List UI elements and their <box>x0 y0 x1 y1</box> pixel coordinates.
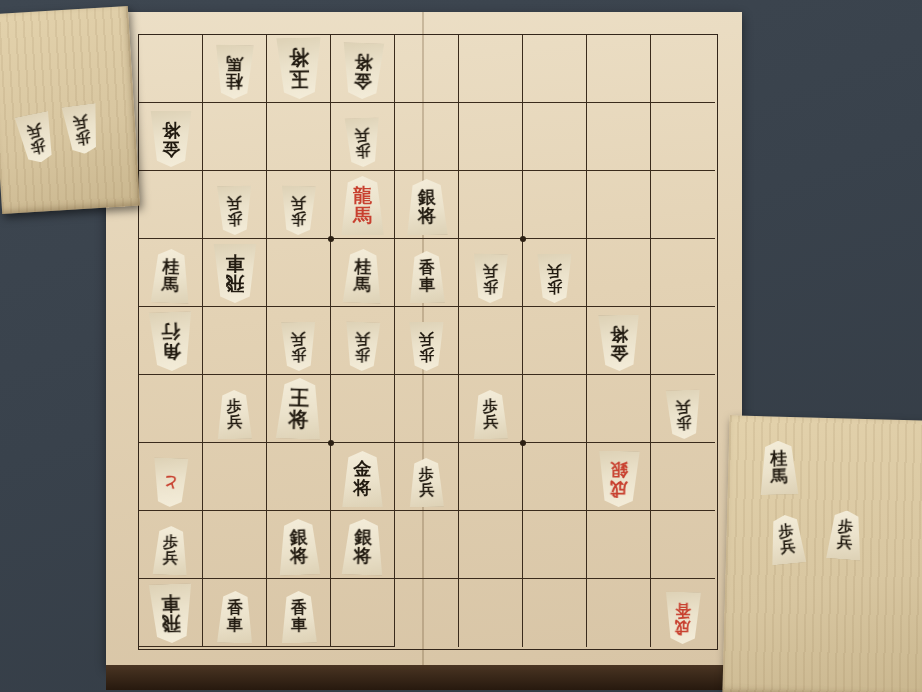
square-7i[interactable]: 香車 <box>267 579 331 647</box>
square-4b[interactable] <box>459 103 523 171</box>
square-6a[interactable]: 金将 <box>331 35 395 103</box>
square-7c[interactable]: 歩兵 <box>267 171 331 239</box>
piece-kanji: 成 <box>609 479 627 498</box>
piece-kanji: 歩 <box>354 346 370 362</box>
piece-pawn-sente[interactable]: 歩兵 <box>472 390 510 440</box>
piece-kanji: 兵 <box>162 550 178 566</box>
piece-kanji: 兵 <box>419 482 434 498</box>
board-grid: 桂馬玉将金将金将歩兵歩兵歩兵龍馬銀将桂馬飛車桂馬香車歩兵歩兵角行歩兵歩兵歩兵金将… <box>138 34 718 650</box>
square-4a[interactable] <box>459 35 523 103</box>
hoshi-dot <box>328 440 334 446</box>
piece-kanji: 歩 <box>676 414 692 430</box>
square-7h[interactable]: 銀将 <box>267 511 331 579</box>
square-7e[interactable]: 歩兵 <box>267 307 331 375</box>
square-5i[interactable] <box>395 579 459 647</box>
square-2e[interactable]: 金将 <box>587 307 651 375</box>
square-5b[interactable] <box>395 103 459 171</box>
piece-kanji: 桂 <box>226 72 243 90</box>
square-4e[interactable] <box>459 307 523 375</box>
square-8c[interactable]: 歩兵 <box>203 171 267 239</box>
square-1i[interactable]: 成香 <box>651 579 715 647</box>
square-3a[interactable] <box>523 35 587 103</box>
square-8h[interactable] <box>203 511 267 579</box>
square-8b[interactable] <box>203 103 267 171</box>
square-9h[interactable]: 歩兵 <box>139 511 203 579</box>
piece-gold-sente[interactable]: 金将 <box>341 451 385 507</box>
square-1c[interactable] <box>651 171 715 239</box>
piece-knight-sente[interactable]: 桂馬 <box>341 248 384 303</box>
square-6d[interactable]: 桂馬 <box>331 239 395 307</box>
piece-pawn-gote[interactable]: 歩兵 <box>536 254 573 303</box>
square-9a[interactable] <box>139 35 203 103</box>
piece-lance-sente[interactable]: 香車 <box>279 591 318 644</box>
square-4d[interactable]: 歩兵 <box>459 239 523 307</box>
square-2g[interactable]: 成銀 <box>587 443 651 511</box>
square-2c[interactable] <box>587 171 651 239</box>
piece-kanji: 王 <box>289 387 310 408</box>
piece-pawn-sente[interactable]: 歩兵 <box>151 525 190 575</box>
piece-pawn-sente[interactable]: 歩兵 <box>408 458 446 508</box>
piece-kanji: 将 <box>354 479 372 498</box>
square-6b[interactable]: 歩兵 <box>331 103 395 171</box>
piece-kanji: 馬 <box>353 276 371 294</box>
square-2h[interactable] <box>587 511 651 579</box>
piece-kanji: 将 <box>290 547 309 566</box>
square-7f[interactable]: 王将 <box>267 375 331 443</box>
piece-kanji: 玉 <box>289 68 309 89</box>
piece-silver-sente[interactable]: 銀将 <box>404 179 449 236</box>
piece-kanji: 兵 <box>227 414 242 430</box>
piece-gold-gote[interactable]: 金将 <box>596 315 641 372</box>
piece-knight-sente[interactable]: 桂馬 <box>758 440 800 495</box>
piece-kanji: 馬 <box>770 467 787 485</box>
square-1f[interactable]: 歩兵 <box>651 375 715 443</box>
square-1e[interactable] <box>651 307 715 375</box>
square-7b[interactable] <box>267 103 331 171</box>
piece-kanji: 歩 <box>291 346 306 362</box>
piece-kanji: 兵 <box>355 331 371 347</box>
piece-king-gote[interactable]: 玉将 <box>274 38 323 100</box>
piece-kanji: 車 <box>160 593 180 613</box>
square-3e[interactable] <box>523 307 587 375</box>
piece-pawn-sente[interactable]: 歩兵 <box>766 513 808 565</box>
piece-pawn-gote[interactable]: 歩兵 <box>408 322 445 371</box>
piece-kanji: 歩 <box>483 278 498 294</box>
piece-kanji: 龍 <box>353 186 372 206</box>
square-8a[interactable]: 桂馬 <box>203 35 267 103</box>
piece-promoted-pawn-gote[interactable]: と <box>151 457 190 507</box>
piece-kanji: 兵 <box>483 414 498 430</box>
piece-kanji: 銀 <box>610 460 628 479</box>
piece-kanji: 兵 <box>354 127 370 143</box>
square-3c[interactable] <box>523 171 587 239</box>
square-8i[interactable]: 香車 <box>203 579 267 647</box>
square-8d[interactable]: 飛車 <box>203 239 267 307</box>
piece-kanji: 兵 <box>291 195 306 211</box>
sente-hand-tray: 桂馬歩兵歩兵 <box>722 415 922 692</box>
square-2a[interactable] <box>587 35 651 103</box>
piece-rook-gote[interactable]: 飛車 <box>146 583 194 644</box>
piece-kanji: 歩 <box>419 347 434 363</box>
square-8e[interactable] <box>203 307 267 375</box>
piece-kanji: 成 <box>675 618 691 635</box>
piece-pawn-gote[interactable]: 歩兵 <box>280 322 318 372</box>
square-6e[interactable]: 歩兵 <box>331 307 395 375</box>
piece-knight-gote[interactable]: 桂馬 <box>214 45 256 100</box>
square-4f[interactable]: 歩兵 <box>459 375 523 443</box>
square-7g[interactable] <box>267 443 331 511</box>
square-9b[interactable]: 金将 <box>139 103 203 171</box>
square-9d[interactable]: 桂馬 <box>139 239 203 307</box>
square-1g[interactable] <box>651 443 715 511</box>
piece-kanji: 車 <box>419 277 435 294</box>
piece-kanji: 将 <box>288 408 309 429</box>
square-9e[interactable]: 角行 <box>139 307 203 375</box>
square-1a[interactable] <box>651 35 715 103</box>
piece-lance-sente[interactable]: 香車 <box>215 591 254 644</box>
piece-kanji: 馬 <box>353 206 372 226</box>
piece-kanji: 将 <box>288 48 308 69</box>
square-5c[interactable]: 銀将 <box>395 171 459 239</box>
piece-kanji: 金 <box>353 71 372 90</box>
piece-kanji: 兵 <box>419 331 434 347</box>
square-9g[interactable]: と <box>139 443 203 511</box>
piece-pawn-sente[interactable]: 歩兵 <box>825 509 866 561</box>
piece-pawn-gote[interactable]: 歩兵 <box>343 117 382 167</box>
square-8g[interactable] <box>203 443 267 511</box>
piece-kanji: 将 <box>162 120 180 139</box>
piece-kanji: 歩 <box>227 210 242 226</box>
square-9c[interactable] <box>139 171 203 239</box>
square-7a[interactable]: 玉将 <box>267 35 331 103</box>
piece-kanji: 兵 <box>227 195 242 211</box>
square-5h[interactable] <box>395 511 459 579</box>
piece-kanji: 将 <box>353 547 372 566</box>
shogi-board: 桂馬玉将金将金将歩兵歩兵歩兵龍馬銀将桂馬飛車桂馬香車歩兵歩兵角行歩兵歩兵歩兵金将… <box>106 12 742 666</box>
hoshi-dot <box>520 440 526 446</box>
piece-pawn-gote[interactable]: 歩兵 <box>472 254 510 304</box>
piece-kanji: 馬 <box>161 276 179 294</box>
hoshi-dot <box>328 236 334 242</box>
gote-hand-tray: 歩兵歩兵 <box>0 6 140 214</box>
square-1h[interactable] <box>651 511 715 579</box>
square-1b[interactable] <box>651 103 715 171</box>
square-9f[interactable] <box>139 375 203 443</box>
square-4g[interactable] <box>459 443 523 511</box>
piece-kanji: 金 <box>610 343 628 362</box>
square-6i[interactable] <box>331 579 395 647</box>
piece-bishop-gote[interactable]: 角行 <box>146 311 194 372</box>
square-6g[interactable]: 金将 <box>331 443 395 511</box>
piece-kanji: 車 <box>291 617 307 634</box>
piece-rook-gote[interactable]: 飛車 <box>212 244 258 303</box>
piece-kanji: と <box>163 474 179 490</box>
square-4h[interactable] <box>459 511 523 579</box>
piece-pawn-sente[interactable]: 歩兵 <box>216 390 254 440</box>
piece-gold-gote[interactable]: 金将 <box>149 111 193 167</box>
square-6f[interactable] <box>331 375 395 443</box>
square-2d[interactable] <box>587 239 651 307</box>
square-3g[interactable] <box>523 443 587 511</box>
piece-pawn-gote[interactable]: 歩兵 <box>60 103 103 156</box>
square-4c[interactable] <box>459 171 523 239</box>
piece-kanji: 歩 <box>291 210 306 226</box>
piece-silver-sente[interactable]: 銀将 <box>276 518 322 576</box>
piece-pawn-gote[interactable]: 歩兵 <box>216 186 254 236</box>
piece-kanji: 飛 <box>161 613 181 633</box>
hoshi-dot <box>520 236 526 242</box>
piece-kanji: 兵 <box>836 534 852 551</box>
piece-promoted-silver-gote[interactable]: 成銀 <box>596 451 641 508</box>
square-7d[interactable] <box>267 239 331 307</box>
piece-kanji: 兵 <box>72 113 89 130</box>
square-5a[interactable] <box>395 35 459 103</box>
piece-kanji: 将 <box>354 52 373 71</box>
piece-promoted-lance-gote[interactable]: 成香 <box>664 592 703 645</box>
square-3b[interactable] <box>523 103 587 171</box>
square-3i[interactable] <box>523 579 587 647</box>
piece-kanji: 行 <box>160 321 180 341</box>
piece-kanji: 兵 <box>547 263 562 279</box>
piece-knight-sente[interactable]: 桂馬 <box>149 248 192 303</box>
piece-pawn-gote[interactable]: 歩兵 <box>664 389 703 439</box>
piece-kanji: 飛 <box>225 274 244 294</box>
board-side-edge <box>106 665 742 690</box>
piece-silver-sente[interactable]: 銀将 <box>340 518 386 576</box>
square-2b[interactable] <box>587 103 651 171</box>
piece-gold-gote[interactable]: 金将 <box>340 42 386 100</box>
piece-pawn-gote[interactable]: 歩兵 <box>13 111 59 166</box>
square-3f[interactable] <box>523 375 587 443</box>
square-2i[interactable] <box>587 579 651 647</box>
piece-kanji: 兵 <box>291 331 306 347</box>
square-5e[interactable]: 歩兵 <box>395 307 459 375</box>
piece-kanji: 馬 <box>226 54 243 72</box>
piece-kanji: 将 <box>609 324 627 343</box>
square-8f[interactable]: 歩兵 <box>203 375 267 443</box>
piece-lance-sente[interactable]: 香車 <box>407 251 446 304</box>
piece-king-sente[interactable]: 王将 <box>273 377 323 440</box>
piece-kanji: 車 <box>225 254 244 274</box>
square-1d[interactable] <box>651 239 715 307</box>
piece-kanji: 兵 <box>675 399 691 415</box>
piece-kanji: 香 <box>675 601 691 618</box>
piece-pawn-gote[interactable]: 歩兵 <box>280 186 318 236</box>
piece-promoted-bishop-sente[interactable]: 龍馬 <box>340 176 386 235</box>
square-4i[interactable] <box>459 579 523 647</box>
square-5f[interactable] <box>395 375 459 443</box>
square-6c[interactable]: 龍馬 <box>331 171 395 239</box>
square-3d[interactable]: 歩兵 <box>523 239 587 307</box>
piece-kanji: 角 <box>161 341 181 361</box>
piece-kanji: 車 <box>226 617 242 634</box>
piece-kanji: 兵 <box>483 263 498 279</box>
square-9i[interactable]: 飛車 <box>139 579 203 647</box>
square-5g[interactable]: 歩兵 <box>395 443 459 511</box>
piece-kanji: 兵 <box>26 122 44 140</box>
square-2f[interactable] <box>587 375 651 443</box>
piece-pawn-gote[interactable]: 歩兵 <box>343 321 382 371</box>
square-6h[interactable]: 銀将 <box>331 511 395 579</box>
square-3h[interactable] <box>523 511 587 579</box>
square-5d[interactable]: 香車 <box>395 239 459 307</box>
piece-kanji: 兵 <box>779 539 795 556</box>
piece-kanji: 歩 <box>547 279 562 295</box>
piece-kanji: 歩 <box>355 142 371 158</box>
piece-kanji: 金 <box>162 139 180 158</box>
piece-kanji: 将 <box>418 207 436 226</box>
